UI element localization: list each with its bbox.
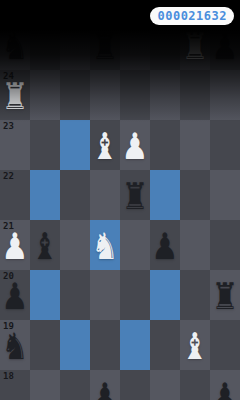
square-20-2[interactable] — [60, 270, 90, 320]
piece-black-bishop[interactable]: ♝ — [32, 228, 59, 265]
square-25-6[interactable]: ♜ — [180, 20, 210, 70]
square-19-0[interactable]: 19♞ — [0, 320, 30, 370]
piece-white-rook[interactable]: ♜ — [182, 28, 209, 65]
square-18-4[interactable] — [120, 370, 150, 400]
square-21-1[interactable]: ♝ — [30, 220, 60, 270]
square-24-2[interactable] — [60, 70, 90, 120]
square-18-1[interactable] — [30, 370, 60, 400]
square-24-4[interactable] — [120, 70, 150, 120]
square-21-5[interactable]: ♟ — [150, 220, 180, 270]
piece-black-pawn[interactable]: ♟ — [2, 278, 29, 315]
square-18-0[interactable]: 18 — [0, 370, 30, 400]
square-20-5[interactable] — [150, 270, 180, 320]
piece-black-pawn[interactable]: ♟ — [152, 228, 179, 265]
piece-white-bishop[interactable]: ♝ — [92, 128, 119, 165]
rank-label: 24 — [3, 72, 14, 81]
square-25-7[interactable]: ♟ — [210, 20, 240, 70]
piece-black-rook[interactable]: ♜ — [212, 278, 239, 315]
square-19-5[interactable] — [150, 320, 180, 370]
square-23-7[interactable] — [210, 120, 240, 170]
square-19-3[interactable] — [90, 320, 120, 370]
rank-label: 23 — [3, 122, 14, 131]
square-20-3[interactable] — [90, 270, 120, 320]
square-24-7[interactable] — [210, 70, 240, 120]
square-18-6[interactable] — [180, 370, 210, 400]
board: ♞♜♜♟24♜23♝♟22♜21♟♝♞♟20♟♜19♞♝18♟♟ — [0, 20, 240, 400]
square-23-1[interactable] — [30, 120, 60, 170]
square-21-0[interactable]: 21♟ — [0, 220, 30, 270]
square-23-6[interactable] — [180, 120, 210, 170]
square-20-7[interactable]: ♜ — [210, 270, 240, 320]
square-18-7[interactable]: ♟ — [210, 370, 240, 400]
square-24-1[interactable] — [30, 70, 60, 120]
square-18-3[interactable]: ♟ — [90, 370, 120, 400]
rank-label: 22 — [3, 172, 14, 181]
square-19-6[interactable]: ♝ — [180, 320, 210, 370]
score-value: 000021632 — [157, 9, 227, 23]
square-23-4[interactable]: ♟ — [120, 120, 150, 170]
square-21-4[interactable] — [120, 220, 150, 270]
square-23-3[interactable]: ♝ — [90, 120, 120, 170]
square-18-2[interactable] — [60, 370, 90, 400]
rank-label: 19 — [3, 322, 14, 331]
square-25-2[interactable] — [60, 20, 90, 70]
square-22-1[interactable] — [30, 170, 60, 220]
square-25-1[interactable] — [30, 20, 60, 70]
square-19-1[interactable] — [30, 320, 60, 370]
square-19-4[interactable] — [120, 320, 150, 370]
square-20-1[interactable] — [30, 270, 60, 320]
square-21-2[interactable] — [60, 220, 90, 270]
piece-white-knight[interactable]: ♞ — [92, 228, 119, 265]
square-23-0[interactable]: 23 — [0, 120, 30, 170]
square-22-5[interactable] — [150, 170, 180, 220]
rank-label: 20 — [3, 272, 14, 281]
square-21-3[interactable]: ♞ — [90, 220, 120, 270]
square-22-7[interactable] — [210, 170, 240, 220]
square-23-2[interactable] — [60, 120, 90, 170]
square-20-6[interactable] — [180, 270, 210, 320]
piece-black-rook[interactable]: ♜ — [122, 178, 149, 215]
square-19-2[interactable] — [60, 320, 90, 370]
piece-black-pawn[interactable]: ♟ — [212, 378, 239, 400]
square-24-5[interactable] — [150, 70, 180, 120]
rank-label: 21 — [3, 222, 14, 231]
piece-white-pawn[interactable]: ♟ — [122, 128, 149, 165]
square-22-6[interactable] — [180, 170, 210, 220]
square-20-0[interactable]: 20♟ — [0, 270, 30, 320]
piece-white-pawn[interactable]: ♟ — [2, 228, 29, 265]
piece-black-rook[interactable]: ♜ — [92, 28, 119, 65]
square-25-5[interactable] — [150, 20, 180, 70]
square-21-7[interactable] — [210, 220, 240, 270]
square-18-5[interactable] — [150, 370, 180, 400]
piece-white-rook[interactable]: ♜ — [2, 78, 29, 115]
piece-black-pawn[interactable]: ♟ — [212, 28, 239, 65]
piece-black-knight[interactable]: ♞ — [2, 328, 29, 365]
square-22-3[interactable] — [90, 170, 120, 220]
square-23-5[interactable] — [150, 120, 180, 170]
square-24-0[interactable]: 24♜ — [0, 70, 30, 120]
game-screen: ♞♜♜♟24♜23♝♟22♜21♟♝♞♟20♟♜19♞♝18♟♟ 0000216… — [0, 0, 240, 400]
square-25-0[interactable]: ♞ — [0, 20, 30, 70]
piece-white-bishop[interactable]: ♝ — [182, 328, 209, 365]
square-21-6[interactable] — [180, 220, 210, 270]
rank-label: 18 — [3, 372, 14, 381]
square-22-4[interactable]: ♜ — [120, 170, 150, 220]
piece-black-knight[interactable]: ♞ — [2, 28, 29, 65]
square-22-0[interactable]: 22 — [0, 170, 30, 220]
square-20-4[interactable] — [120, 270, 150, 320]
square-25-3[interactable]: ♜ — [90, 20, 120, 70]
score-badge: 000021632 — [150, 7, 234, 25]
square-24-3[interactable] — [90, 70, 120, 120]
square-25-4[interactable] — [120, 20, 150, 70]
piece-black-pawn[interactable]: ♟ — [92, 378, 119, 400]
square-19-7[interactable] — [210, 320, 240, 370]
square-24-6[interactable] — [180, 70, 210, 120]
square-22-2[interactable] — [60, 170, 90, 220]
